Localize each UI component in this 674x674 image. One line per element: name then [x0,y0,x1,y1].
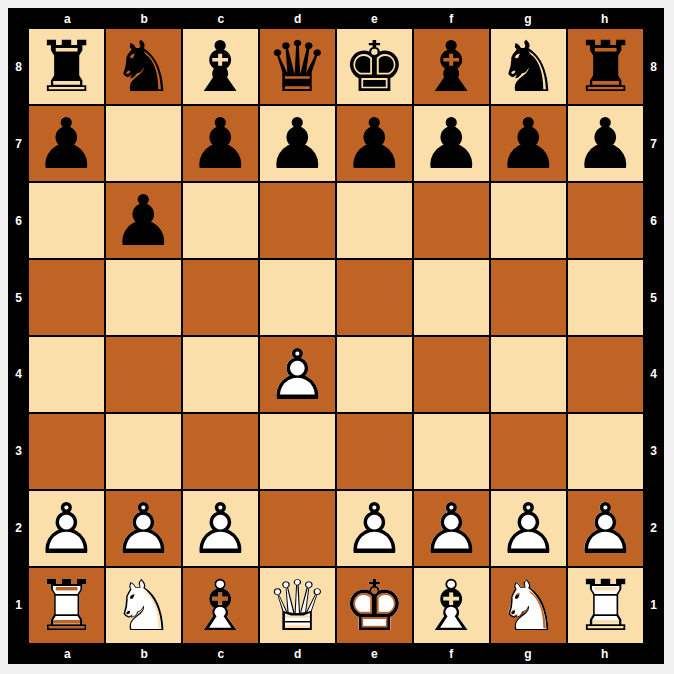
square-e7[interactable]: ♟ [337,106,412,181]
square-e8[interactable]: ♚ [337,29,412,104]
piece-black-pawn-c7[interactable]: ♟ [183,106,258,181]
rank-label-right-8: 8 [643,29,664,106]
square-a6[interactable] [29,183,104,258]
square-b8[interactable]: ♞ [106,29,181,104]
piece-white-rook-h1[interactable]: ♜♖ [568,568,643,643]
rank-label-left-6: 6 [8,183,29,260]
black-pawn-glyph: ♟ [414,106,489,181]
file-label-top-f: f [413,8,490,29]
square-a3[interactable] [29,414,104,489]
white-pawn-fill-glyph: ♟ [106,491,181,566]
square-f2[interactable]: ♟♙ [414,491,489,566]
piece-white-knight-g1[interactable]: ♞♘ [491,568,566,643]
white-pawn-outline-glyph: ♙ [106,491,181,566]
square-f1[interactable]: ♝♗ [414,568,489,643]
square-g4[interactable] [491,337,566,412]
square-h8[interactable]: ♜ [568,29,643,104]
square-a1[interactable]: ♜♖ [29,568,104,643]
rank-label-right-6: 6 [643,183,664,260]
file-label-top-b: b [106,8,183,29]
square-c1[interactable]: ♝♗ [183,568,258,643]
square-d1[interactable]: ♛♕ [260,568,335,643]
white-pawn-fill-glyph: ♟ [337,491,412,566]
file-label-top-h: h [566,8,643,29]
piece-white-pawn-g2[interactable]: ♟♙ [491,491,566,566]
black-pawn-glyph: ♟ [260,106,335,181]
square-h4[interactable] [568,337,643,412]
black-king-glyph: ♚ [337,29,412,104]
piece-white-pawn-b2[interactable]: ♟♙ [106,491,181,566]
square-b3[interactable] [106,414,181,489]
white-rook-outline-glyph: ♖ [29,568,104,643]
chess-board: abcdefgh abcdefgh 87654321 87654321 ♜♞♝♛… [8,8,664,664]
square-e2[interactable]: ♟♙ [337,491,412,566]
white-pawn-outline-glyph: ♙ [491,491,566,566]
piece-white-queen-d1[interactable]: ♛♕ [260,568,335,643]
piece-white-pawn-d4[interactable]: ♟♙ [260,337,335,412]
square-d3[interactable] [260,414,335,489]
rank-label-right-3: 3 [643,413,664,490]
square-c5[interactable] [183,260,258,335]
black-rook-glyph: ♜ [568,29,643,104]
black-knight-glyph: ♞ [106,29,181,104]
square-c8[interactable]: ♝ [183,29,258,104]
piece-black-bishop-c8[interactable]: ♝ [183,29,258,104]
piece-white-king-e1[interactable]: ♚♔ [337,568,412,643]
white-bishop-outline-glyph: ♗ [183,568,258,643]
square-d4[interactable]: ♟♙ [260,337,335,412]
square-h1[interactable]: ♜♖ [568,568,643,643]
white-pawn-fill-glyph: ♟ [260,337,335,412]
square-g7[interactable]: ♟ [491,106,566,181]
file-label-top-a: a [29,8,106,29]
square-h7[interactable]: ♟ [568,106,643,181]
white-king-fill-glyph: ♚ [337,568,412,643]
file-label-bottom-a: a [29,643,106,664]
square-f3[interactable] [414,414,489,489]
rank-label-left-5: 5 [8,259,29,336]
square-c6[interactable] [183,183,258,258]
piece-black-pawn-a7[interactable]: ♟ [29,106,104,181]
square-d6[interactable] [260,183,335,258]
square-g2[interactable]: ♟♙ [491,491,566,566]
square-f8[interactable]: ♝ [414,29,489,104]
piece-black-rook-a8[interactable]: ♜ [29,29,104,104]
square-g6[interactable] [491,183,566,258]
piece-black-pawn-g7[interactable]: ♟ [491,106,566,181]
squares-grid: ♜♞♝♛♚♝♞♜♟♟♟♟♟♟♟♟♟♙♟♙♟♙♟♙♟♙♟♙♟♙♟♙♜♖♞♘♝♗♛♕… [29,29,643,643]
rank-label-left-3: 3 [8,413,29,490]
white-bishop-fill-glyph: ♝ [414,568,489,643]
file-label-bottom-e: e [336,643,413,664]
square-b7[interactable] [106,106,181,181]
square-e3[interactable] [337,414,412,489]
square-g3[interactable] [491,414,566,489]
square-f6[interactable] [414,183,489,258]
piece-white-bishop-c1[interactable]: ♝♗ [183,568,258,643]
square-e5[interactable] [337,260,412,335]
piece-white-pawn-f2[interactable]: ♟♙ [414,491,489,566]
piece-black-knight-g8[interactable]: ♞ [491,29,566,104]
file-label-top-g: g [490,8,567,29]
rank-label-left-8: 8 [8,29,29,106]
piece-white-pawn-c2[interactable]: ♟♙ [183,491,258,566]
white-rook-fill-glyph: ♜ [568,568,643,643]
piece-black-king-e8[interactable]: ♚ [337,29,412,104]
white-queen-fill-glyph: ♛ [260,568,335,643]
white-knight-outline-glyph: ♘ [106,568,181,643]
file-label-top-e: e [336,8,413,29]
piece-white-bishop-f1[interactable]: ♝♗ [414,568,489,643]
piece-white-pawn-e2[interactable]: ♟♙ [337,491,412,566]
white-pawn-outline-glyph: ♙ [29,491,104,566]
white-pawn-outline-glyph: ♙ [568,491,643,566]
piece-black-pawn-f7[interactable]: ♟ [414,106,489,181]
square-b4[interactable] [106,337,181,412]
square-h5[interactable] [568,260,643,335]
square-f7[interactable]: ♟ [414,106,489,181]
square-d5[interactable] [260,260,335,335]
file-labels-bottom: abcdefgh [29,643,643,664]
square-b6[interactable]: ♟ [106,183,181,258]
square-a4[interactable] [29,337,104,412]
square-e4[interactable] [337,337,412,412]
square-g8[interactable]: ♞ [491,29,566,104]
black-pawn-glyph: ♟ [183,106,258,181]
white-king-outline-glyph: ♔ [337,568,412,643]
file-label-top-d: d [259,8,336,29]
rank-labels-left: 87654321 [8,29,29,643]
white-bishop-outline-glyph: ♗ [414,568,489,643]
white-bishop-fill-glyph: ♝ [183,568,258,643]
white-knight-fill-glyph: ♞ [491,568,566,643]
black-pawn-glyph: ♟ [106,183,181,258]
square-d2[interactable] [260,491,335,566]
file-label-bottom-b: b [106,643,183,664]
square-b2[interactable]: ♟♙ [106,491,181,566]
square-e1[interactable]: ♚♔ [337,568,412,643]
black-queen-glyph: ♛ [260,29,335,104]
rank-label-right-5: 5 [643,259,664,336]
square-c7[interactable]: ♟ [183,106,258,181]
square-a5[interactable] [29,260,104,335]
square-a8[interactable]: ♜ [29,29,104,104]
square-a2[interactable]: ♟♙ [29,491,104,566]
file-label-bottom-g: g [490,643,567,664]
white-pawn-fill-glyph: ♟ [568,491,643,566]
white-pawn-fill-glyph: ♟ [491,491,566,566]
white-pawn-outline-glyph: ♙ [260,337,335,412]
rank-label-left-1: 1 [8,566,29,643]
piece-white-pawn-a2[interactable]: ♟♙ [29,491,104,566]
file-label-top-c: c [183,8,260,29]
file-label-bottom-f: f [413,643,490,664]
piece-black-pawn-d7[interactable]: ♟ [260,106,335,181]
rank-label-right-1: 1 [643,566,664,643]
white-pawn-outline-glyph: ♙ [337,491,412,566]
white-pawn-outline-glyph: ♙ [183,491,258,566]
square-h2[interactable]: ♟♙ [568,491,643,566]
white-pawn-fill-glyph: ♟ [183,491,258,566]
black-rook-glyph: ♜ [29,29,104,104]
square-h6[interactable] [568,183,643,258]
file-label-bottom-h: h [566,643,643,664]
rank-label-left-7: 7 [8,106,29,183]
piece-white-knight-b1[interactable]: ♞♘ [106,568,181,643]
white-pawn-fill-glyph: ♟ [414,491,489,566]
black-pawn-glyph: ♟ [568,106,643,181]
black-bishop-glyph: ♝ [414,29,489,104]
rank-label-right-7: 7 [643,106,664,183]
rank-label-left-2: 2 [8,490,29,567]
white-knight-outline-glyph: ♘ [491,568,566,643]
square-h3[interactable] [568,414,643,489]
file-label-bottom-d: d [259,643,336,664]
square-f4[interactable] [414,337,489,412]
white-rook-fill-glyph: ♜ [29,568,104,643]
rank-label-right-4: 4 [643,336,664,413]
white-queen-outline-glyph: ♕ [260,568,335,643]
square-g5[interactable] [491,260,566,335]
square-c2[interactable]: ♟♙ [183,491,258,566]
square-g1[interactable]: ♞♘ [491,568,566,643]
square-c4[interactable] [183,337,258,412]
piece-white-pawn-h2[interactable]: ♟♙ [568,491,643,566]
square-c3[interactable] [183,414,258,489]
black-pawn-glyph: ♟ [491,106,566,181]
black-pawn-glyph: ♟ [337,106,412,181]
piece-black-pawn-b6[interactable]: ♟ [106,183,181,258]
rank-label-left-4: 4 [8,336,29,413]
square-a7[interactable]: ♟ [29,106,104,181]
square-d7[interactable]: ♟ [260,106,335,181]
white-pawn-fill-glyph: ♟ [29,491,104,566]
square-b5[interactable] [106,260,181,335]
white-rook-outline-glyph: ♖ [568,568,643,643]
white-knight-fill-glyph: ♞ [106,568,181,643]
square-d8[interactable]: ♛ [260,29,335,104]
square-e6[interactable] [337,183,412,258]
black-pawn-glyph: ♟ [29,106,104,181]
square-f5[interactable] [414,260,489,335]
piece-black-queen-d8[interactable]: ♛ [260,29,335,104]
file-labels-top: abcdefgh [29,8,643,29]
piece-black-rook-h8[interactable]: ♜ [568,29,643,104]
white-pawn-outline-glyph: ♙ [414,491,489,566]
file-label-bottom-c: c [183,643,260,664]
rank-labels-right: 87654321 [643,29,664,643]
rank-label-right-2: 2 [643,490,664,567]
piece-black-bishop-f8[interactable]: ♝ [414,29,489,104]
piece-black-pawn-h7[interactable]: ♟ [568,106,643,181]
piece-black-pawn-e7[interactable]: ♟ [337,106,412,181]
black-knight-glyph: ♞ [491,29,566,104]
black-bishop-glyph: ♝ [183,29,258,104]
piece-black-knight-b8[interactable]: ♞ [106,29,181,104]
square-b1[interactable]: ♞♘ [106,568,181,643]
piece-white-rook-a1[interactable]: ♜♖ [29,568,104,643]
